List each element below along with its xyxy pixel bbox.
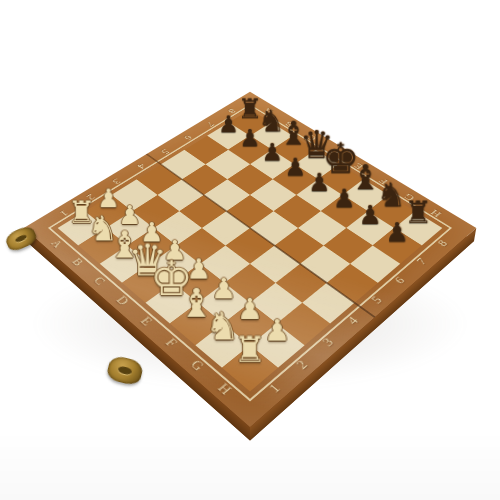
piece-white-rook-h1[interactable]: ♜	[222, 332, 278, 368]
piece-black-pawn-h7[interactable]: ♟	[373, 219, 422, 246]
product-photo-scene: ♜♞♝♛♚♝♞♜♟♟♟♟♟♟♟♟♟♟♟♟♟♟♟♟♜♞♝♛♚♝♞♜ AABBCCD…	[0, 0, 500, 500]
